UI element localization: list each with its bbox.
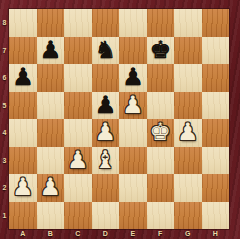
rank-label-5: 5 <box>0 92 9 120</box>
square-g4[interactable]: ♟ <box>174 119 202 147</box>
square-e6[interactable]: ♟ <box>119 64 147 92</box>
file-label-c: C <box>64 228 92 239</box>
piece-white-king[interactable]: ♚ <box>149 119 171 147</box>
square-d5[interactable]: ♟ <box>92 92 120 120</box>
square-b4[interactable] <box>37 119 65 147</box>
rank-label-2: 2 <box>0 174 9 202</box>
square-d6[interactable] <box>92 64 120 92</box>
piece-black-pawn[interactable]: ♟ <box>122 64 144 92</box>
square-g2[interactable] <box>174 174 202 202</box>
square-c7[interactable] <box>64 37 92 65</box>
square-b8[interactable] <box>37 9 65 37</box>
piece-white-pawn[interactable]: ♟ <box>94 119 116 147</box>
square-h1[interactable] <box>202 202 230 230</box>
file-label-g: G <box>174 228 202 239</box>
square-e5[interactable]: ♟ <box>119 92 147 120</box>
square-d3[interactable]: ♝ <box>92 147 120 175</box>
square-c1[interactable] <box>64 202 92 230</box>
piece-black-knight[interactable]: ♞ <box>94 37 116 65</box>
piece-black-pawn[interactable]: ♟ <box>94 92 116 120</box>
square-c3[interactable]: ♟ <box>64 147 92 175</box>
square-f7[interactable]: ♚ <box>147 37 175 65</box>
square-c5[interactable] <box>64 92 92 120</box>
rank-label-1: 1 <box>0 202 9 230</box>
file-labels: ABCDEFGH <box>9 228 229 239</box>
square-a2[interactable]: ♟ <box>9 174 37 202</box>
square-c4[interactable] <box>64 119 92 147</box>
square-g8[interactable] <box>174 9 202 37</box>
square-f2[interactable] <box>147 174 175 202</box>
square-b1[interactable] <box>37 202 65 230</box>
piece-black-pawn[interactable]: ♟ <box>12 64 34 92</box>
square-h3[interactable] <box>202 147 230 175</box>
square-h6[interactable] <box>202 64 230 92</box>
square-g1[interactable] <box>174 202 202 230</box>
square-e8[interactable] <box>119 9 147 37</box>
square-a8[interactable] <box>9 9 37 37</box>
square-e7[interactable] <box>119 37 147 65</box>
square-a5[interactable] <box>9 92 37 120</box>
rank-label-8: 8 <box>0 9 9 37</box>
square-f4[interactable]: ♚ <box>147 119 175 147</box>
square-h2[interactable] <box>202 174 230 202</box>
square-b2[interactable]: ♟ <box>37 174 65 202</box>
piece-white-pawn[interactable]: ♟ <box>122 92 144 120</box>
square-d8[interactable] <box>92 9 120 37</box>
square-g7[interactable] <box>174 37 202 65</box>
rank-label-4: 4 <box>0 119 9 147</box>
square-c6[interactable] <box>64 64 92 92</box>
file-label-a: A <box>9 228 37 239</box>
square-e3[interactable] <box>119 147 147 175</box>
file-label-b: B <box>37 228 65 239</box>
square-f3[interactable] <box>147 147 175 175</box>
square-f5[interactable] <box>147 92 175 120</box>
square-a7[interactable] <box>9 37 37 65</box>
square-e4[interactable] <box>119 119 147 147</box>
square-d4[interactable]: ♟ <box>92 119 120 147</box>
square-a6[interactable]: ♟ <box>9 64 37 92</box>
square-g6[interactable] <box>174 64 202 92</box>
square-c8[interactable] <box>64 9 92 37</box>
square-e1[interactable] <box>119 202 147 230</box>
piece-white-pawn[interactable]: ♟ <box>12 174 34 202</box>
piece-white-bishop[interactable]: ♝ <box>94 147 116 175</box>
square-b6[interactable] <box>37 64 65 92</box>
square-a1[interactable] <box>9 202 37 230</box>
chess-board-frame: ♟♞♚♟♟♟♟♟♚♟♟♝♟♟ 87654321 ABCDEFGH <box>0 0 240 239</box>
chess-board: ♟♞♚♟♟♟♟♟♚♟♟♝♟♟ <box>9 9 229 229</box>
square-f6[interactable] <box>147 64 175 92</box>
rank-label-7: 7 <box>0 37 9 65</box>
square-d2[interactable] <box>92 174 120 202</box>
square-h4[interactable] <box>202 119 230 147</box>
square-b7[interactable]: ♟ <box>37 37 65 65</box>
piece-black-pawn[interactable]: ♟ <box>39 37 61 65</box>
file-label-d: D <box>92 228 120 239</box>
rank-labels: 87654321 <box>0 9 9 229</box>
piece-black-king[interactable]: ♚ <box>149 37 171 65</box>
piece-white-pawn[interactable]: ♟ <box>39 174 61 202</box>
square-h8[interactable] <box>202 9 230 37</box>
square-d7[interactable]: ♞ <box>92 37 120 65</box>
square-c2[interactable] <box>64 174 92 202</box>
file-label-h: H <box>202 228 230 239</box>
square-h7[interactable] <box>202 37 230 65</box>
piece-white-pawn[interactable]: ♟ <box>177 119 199 147</box>
file-label-f: F <box>147 228 175 239</box>
square-b5[interactable] <box>37 92 65 120</box>
square-d1[interactable] <box>92 202 120 230</box>
rank-label-6: 6 <box>0 64 9 92</box>
square-e2[interactable] <box>119 174 147 202</box>
file-label-e: E <box>119 228 147 239</box>
square-g3[interactable] <box>174 147 202 175</box>
square-f1[interactable] <box>147 202 175 230</box>
piece-white-pawn[interactable]: ♟ <box>67 147 89 175</box>
square-b3[interactable] <box>37 147 65 175</box>
square-h5[interactable] <box>202 92 230 120</box>
square-g5[interactable] <box>174 92 202 120</box>
square-a3[interactable] <box>9 147 37 175</box>
rank-label-3: 3 <box>0 147 9 175</box>
square-f8[interactable] <box>147 9 175 37</box>
square-a4[interactable] <box>9 119 37 147</box>
